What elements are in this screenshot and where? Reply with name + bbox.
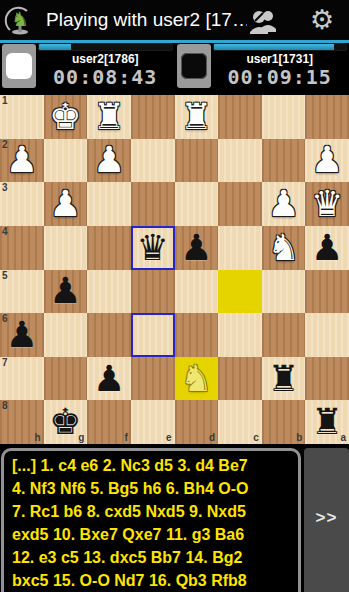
white-queen: ♛ xyxy=(311,186,343,222)
black-player-panel: user1[1731] 00:09:15 xyxy=(175,43,349,93)
file-label-a: a xyxy=(340,432,346,443)
black-rook: ♜ xyxy=(267,361,299,397)
square-h3[interactable]: 3 xyxy=(0,182,44,226)
square-f5[interactable] xyxy=(87,270,131,314)
move-line-5: 12. e3 c5 13. dxc5 Bb7 14. Bg2 xyxy=(12,546,290,569)
square-e1[interactable] xyxy=(131,95,175,139)
white-time-bar-fill xyxy=(39,44,71,50)
square-d7[interactable]: ♞ xyxy=(175,357,219,401)
white-knight: ♞ xyxy=(180,361,212,397)
square-d5[interactable] xyxy=(175,270,219,314)
black-player-name: user1[1731] xyxy=(211,52,349,66)
square-e2[interactable] xyxy=(131,139,175,183)
square-d4[interactable]: ♟ xyxy=(175,226,219,270)
rank-label-4: 4 xyxy=(2,226,8,237)
app-knight-logo-icon[interactable]: ♞ xyxy=(3,3,37,37)
square-d2[interactable] xyxy=(175,139,219,183)
square-f6[interactable] xyxy=(87,313,131,357)
svg-text:♞: ♞ xyxy=(11,7,29,31)
file-label-c: c xyxy=(253,432,259,443)
black-pawn: ♟ xyxy=(49,273,81,309)
square-g5[interactable]: ♟ xyxy=(44,270,88,314)
forward-button-label: >> xyxy=(316,508,338,528)
square-a2[interactable]: ♟ xyxy=(305,139,349,183)
square-b4[interactable]: ♞ xyxy=(262,226,306,270)
chess-board: 1♚♜♜2♟♟♟3♟♟♛4♛♟♞♟5♟6♟7♟♞♜8hg♚fedcba♜ xyxy=(0,95,349,444)
square-c6[interactable] xyxy=(218,313,262,357)
square-b2[interactable] xyxy=(262,139,306,183)
square-h6[interactable]: 6♟ xyxy=(0,313,44,357)
rank-label-1: 1 xyxy=(2,95,8,106)
white-pawn: ♟ xyxy=(311,142,343,178)
chess-app-screen: { "game": "chess", "action_bar": { "titl… xyxy=(0,0,349,592)
square-h1[interactable]: 1 xyxy=(0,95,44,139)
rank-label-2: 2 xyxy=(2,139,8,150)
square-g8[interactable]: g♚ xyxy=(44,400,88,444)
black-pawn: ♟ xyxy=(93,361,125,397)
square-e4[interactable]: ♛ xyxy=(131,226,175,270)
square-c3[interactable] xyxy=(218,182,262,226)
black-pawn: ♟ xyxy=(311,230,343,266)
white-player-clock: 00:08:43 xyxy=(36,66,175,88)
white-color-swatch xyxy=(6,53,32,79)
square-e7[interactable] xyxy=(131,357,175,401)
players-icon[interactable] xyxy=(247,5,281,35)
move-list[interactable]: [...] 1. c4 e6 2. Nc3 d5 3. d4 Be74. Nf3… xyxy=(1,448,301,592)
square-g6[interactable] xyxy=(44,313,88,357)
square-f1[interactable]: ♜ xyxy=(87,95,131,139)
square-a4[interactable]: ♟ xyxy=(305,226,349,270)
black-pawn: ♟ xyxy=(6,317,38,353)
settings-gear-icon[interactable]: ⚙ xyxy=(307,5,337,35)
move-line-4: exd5 10. Bxe7 Qxe7 11. g3 Ba6 xyxy=(12,523,290,546)
rank-label-8: 8 xyxy=(2,400,8,411)
file-label-b: b xyxy=(296,432,302,443)
square-e6[interactable] xyxy=(131,313,175,357)
black-time-bar-fill xyxy=(214,44,335,50)
black-time-bar xyxy=(213,43,348,51)
forward-button[interactable]: >> xyxy=(304,448,349,592)
square-a8[interactable]: a♜ xyxy=(305,400,349,444)
black-queen: ♛ xyxy=(137,230,169,266)
white-pawn: ♟ xyxy=(267,186,299,222)
square-c8[interactable]: c xyxy=(218,400,262,444)
rank-label-5: 5 xyxy=(2,270,8,281)
move-line-1: [...] 1. c4 e6 2. Nc3 d5 3. d4 Be7 xyxy=(12,454,290,477)
square-e5[interactable] xyxy=(131,270,175,314)
white-rook: ♜ xyxy=(180,99,212,135)
black-king: ♚ xyxy=(49,404,81,440)
action-bar: ♞ Playing with user2 [17… ⚙ xyxy=(0,0,349,40)
white-player-panel: user2[1786] 00:08:43 xyxy=(0,43,175,93)
file-label-h: h xyxy=(35,432,41,443)
square-h2[interactable]: 2♟ xyxy=(0,139,44,183)
white-pawn: ♟ xyxy=(6,142,38,178)
black-player-avatar xyxy=(177,44,211,88)
square-b8[interactable]: b xyxy=(262,400,306,444)
square-g1[interactable]: ♚ xyxy=(44,95,88,139)
square-e8[interactable]: e xyxy=(131,400,175,444)
white-rook: ♜ xyxy=(93,99,125,135)
square-g3[interactable]: ♟ xyxy=(44,182,88,226)
move-line-3: 7. Rc1 b6 8. cxd5 Nxd5 9. Nxd5 xyxy=(12,500,290,523)
square-h8[interactable]: 8h xyxy=(0,400,44,444)
square-a7[interactable] xyxy=(305,357,349,401)
white-time-bar xyxy=(38,43,173,51)
square-d3[interactable] xyxy=(175,182,219,226)
square-d1[interactable]: ♜ xyxy=(175,95,219,139)
square-a6[interactable] xyxy=(305,313,349,357)
square-g4[interactable] xyxy=(44,226,88,270)
square-h4[interactable]: 4 xyxy=(0,226,44,270)
file-label-d: d xyxy=(209,432,215,443)
white-knight: ♞ xyxy=(267,230,299,266)
square-d6[interactable] xyxy=(175,313,219,357)
square-f3[interactable] xyxy=(87,182,131,226)
rank-label-6: 6 xyxy=(2,313,8,324)
square-f7[interactable]: ♟ xyxy=(87,357,131,401)
white-player-avatar xyxy=(2,44,36,88)
white-player-name: user2[1786] xyxy=(36,52,175,66)
square-h7[interactable]: 7 xyxy=(0,357,44,401)
file-label-g: g xyxy=(78,432,84,443)
white-king: ♚ xyxy=(49,99,81,135)
square-a1[interactable] xyxy=(305,95,349,139)
white-pawn: ♟ xyxy=(93,142,125,178)
move-line-6: bxc5 15. O-O Nd7 16. Qb3 Rfb8 xyxy=(12,569,290,592)
file-label-f: f xyxy=(125,432,128,443)
rank-label-3: 3 xyxy=(2,182,8,193)
black-rook: ♜ xyxy=(311,404,343,440)
square-c1[interactable] xyxy=(218,95,262,139)
square-g7[interactable] xyxy=(44,357,88,401)
square-f4[interactable] xyxy=(87,226,131,270)
square-c5[interactable] xyxy=(218,270,262,314)
move-line-2: 4. Nf3 Nf6 5. Bg5 h6 6. Bh4 O-O xyxy=(12,477,290,500)
file-label-e: e xyxy=(166,432,172,443)
square-b3[interactable]: ♟ xyxy=(262,182,306,226)
bottom-panel: [...] 1. c4 e6 2. Nc3 d5 3. d4 Be74. Nf3… xyxy=(0,448,349,592)
square-h5[interactable]: 5 xyxy=(0,270,44,314)
black-player-clock: 00:09:15 xyxy=(211,66,349,88)
rank-label-7: 7 xyxy=(2,357,8,368)
square-g2[interactable] xyxy=(44,139,88,183)
square-b6[interactable] xyxy=(262,313,306,357)
black-pawn: ♟ xyxy=(180,230,212,266)
square-b7[interactable]: ♜ xyxy=(262,357,306,401)
square-c2[interactable] xyxy=(218,139,262,183)
square-c4[interactable] xyxy=(218,226,262,270)
square-b1[interactable] xyxy=(262,95,306,139)
square-d8[interactable]: d xyxy=(175,400,219,444)
square-b5[interactable] xyxy=(262,270,306,314)
player-clocks: user2[1786] 00:08:43 user1[1731] 00:09:1… xyxy=(0,43,349,93)
square-e3[interactable] xyxy=(131,182,175,226)
square-f8[interactable]: f xyxy=(87,400,131,444)
square-a5[interactable] xyxy=(305,270,349,314)
black-color-swatch xyxy=(181,53,207,79)
window-title: Playing with user2 [17… xyxy=(46,9,247,31)
square-a3[interactable]: ♛ xyxy=(305,182,349,226)
square-c7[interactable] xyxy=(218,357,262,401)
white-pawn: ♟ xyxy=(49,186,81,222)
square-f2[interactable]: ♟ xyxy=(87,139,131,183)
